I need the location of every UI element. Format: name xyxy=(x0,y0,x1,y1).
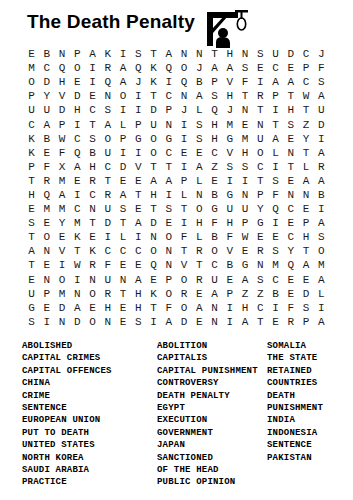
grid-cell: U xyxy=(253,132,268,146)
word-item: CONTROVERSY xyxy=(157,377,267,389)
word-list-column-3: SOMALIATHE STATERETAINEDCOUNTRIESDEATHPU… xyxy=(267,340,353,489)
grid-cell: E xyxy=(161,216,176,230)
grid-cell: P xyxy=(70,47,85,61)
grid-cell: S xyxy=(268,174,283,188)
grid-cell: F xyxy=(222,230,237,244)
grid-cell: D xyxy=(70,89,85,103)
word-item: CAPITALIS xyxy=(157,352,267,364)
grid-cell: D xyxy=(70,315,85,329)
grid-cell: C xyxy=(207,258,222,272)
grid-cell: P xyxy=(161,103,176,117)
gallows-noose-icon xyxy=(205,10,251,52)
grid-cell: T xyxy=(85,117,100,131)
grid-cell: I xyxy=(131,230,146,244)
grid-cell: T xyxy=(146,202,161,216)
grid-cell: H xyxy=(299,230,314,244)
grid-cell: E xyxy=(116,258,131,272)
grid-cell: C xyxy=(39,61,54,75)
grid-cell: I xyxy=(222,301,237,315)
word-item: PUBLIC OPINION xyxy=(157,476,267,488)
grid-cell: T xyxy=(70,244,85,258)
grid-cell: E xyxy=(192,146,207,160)
grid-cell: R xyxy=(253,244,268,258)
grid-cell: T xyxy=(283,160,298,174)
grid-cell: O xyxy=(207,244,222,258)
grid-cell: F xyxy=(268,188,283,202)
grid-cell: E xyxy=(238,117,253,131)
grid-cell: N xyxy=(161,244,176,258)
grid-cell: O xyxy=(39,230,54,244)
grid-cell: S xyxy=(253,273,268,287)
grid-cell: N xyxy=(207,315,222,329)
grid-cell: P xyxy=(24,89,39,103)
word-item: EUROPEAN UNION xyxy=(22,414,157,426)
grid-cell: I xyxy=(268,160,283,174)
word-item: EXECUTION xyxy=(157,414,267,426)
grid-cell: I xyxy=(177,160,192,174)
grid-cell: N xyxy=(207,301,222,315)
grid-cell: E xyxy=(268,230,283,244)
grid-cell: S xyxy=(85,132,100,146)
grid-cell: A xyxy=(299,258,314,272)
grid-cell: L xyxy=(116,230,131,244)
word-item: UNITED STATES xyxy=(22,439,157,451)
grid-cell: H xyxy=(283,103,298,117)
grid-cell: J xyxy=(131,75,146,89)
grid-cell: B xyxy=(268,287,283,301)
grid-cell: P xyxy=(299,61,314,75)
grid-cell: O xyxy=(24,75,39,89)
grid-cell: S xyxy=(238,160,253,174)
grid-cell: O xyxy=(116,89,131,103)
grid-cell: U xyxy=(268,47,283,61)
grid-cell: B xyxy=(39,132,54,146)
grid-cell: Z xyxy=(238,287,253,301)
grid-cell: S xyxy=(207,89,222,103)
word-item: CAPITAL CRIMES xyxy=(22,352,157,364)
grid-cell: P xyxy=(222,287,237,301)
grid-cell: P xyxy=(268,89,283,103)
grid-cell: H xyxy=(222,89,237,103)
grid-cell: N xyxy=(253,117,268,131)
grid-cell: T xyxy=(238,89,253,103)
grid-cell: E xyxy=(283,273,298,287)
grid-cell: E xyxy=(131,174,146,188)
grid-cell: A xyxy=(299,174,314,188)
grid-cell: B xyxy=(207,230,222,244)
grid-cell: S xyxy=(314,230,329,244)
grid-cell: C xyxy=(85,188,100,202)
grid-cell: V xyxy=(55,244,70,258)
grid-cell: C xyxy=(100,160,115,174)
grid-cell: I xyxy=(177,132,192,146)
grid-cell: H xyxy=(222,47,237,61)
grid-cell: L xyxy=(192,174,207,188)
grid-cell: A xyxy=(161,47,176,61)
grid-cell: Y xyxy=(55,216,70,230)
grid-cell: E xyxy=(192,315,207,329)
word-item: DEATH PENALTY xyxy=(157,390,267,402)
grid-cell: M xyxy=(55,202,70,216)
grid-cell: Z xyxy=(299,117,314,131)
grid-cell: O xyxy=(253,146,268,160)
grid-cell: I xyxy=(116,103,131,117)
grid-cell: S xyxy=(24,216,39,230)
grid-cell: A xyxy=(222,61,237,75)
grid-cell: A xyxy=(55,188,70,202)
grid-cell: U xyxy=(314,103,329,117)
grid-cell: Y xyxy=(283,244,298,258)
grid-cell: T xyxy=(116,287,131,301)
grid-cell: M xyxy=(55,174,70,188)
word-item: CHINA xyxy=(22,377,157,389)
grid-cell: I xyxy=(131,103,146,117)
grid-cell: K xyxy=(85,244,100,258)
grid-cell: S xyxy=(222,160,237,174)
grid-cell: V xyxy=(222,244,237,258)
word-item: SANCTIONED xyxy=(157,452,267,464)
grid-cell: E xyxy=(268,315,283,329)
grid-cell: E xyxy=(55,230,70,244)
grid-cell: A xyxy=(314,273,329,287)
word-list-column-2: ABOLITIONCAPITALISCAPITAL PUNISHMENTCONT… xyxy=(157,340,267,489)
word-item: SENTENCE xyxy=(22,402,157,414)
grid-cell: M xyxy=(55,287,70,301)
grid-cell: R xyxy=(192,244,207,258)
grid-cell: H xyxy=(70,103,85,117)
grid-cell: O xyxy=(177,273,192,287)
grid-cell: V xyxy=(222,146,237,160)
grid-cell: N xyxy=(146,230,161,244)
grid-cell: I xyxy=(253,75,268,89)
grid-cell: C xyxy=(268,61,283,75)
grid-cell: H xyxy=(146,188,161,202)
grid-cell: U xyxy=(39,103,54,117)
grid-cell: R xyxy=(100,61,115,75)
grid-cell: D xyxy=(116,160,131,174)
grid-cell: R xyxy=(283,315,298,329)
grid-cell: C xyxy=(253,301,268,315)
grid-cell: H xyxy=(100,301,115,315)
grid-cell: P xyxy=(161,273,176,287)
grid-cell: E xyxy=(39,301,54,315)
grid-cell: A xyxy=(100,117,115,131)
grid-cell: N xyxy=(39,273,54,287)
grid-cell: S xyxy=(24,315,39,329)
grid-cell: T xyxy=(253,315,268,329)
grid-cell: S xyxy=(161,202,176,216)
grid-cell: N xyxy=(192,188,207,202)
grid-cell: E xyxy=(24,273,39,287)
grid-cell: Q xyxy=(161,61,176,75)
grid-cell: D xyxy=(283,47,298,61)
word-item: JAPAN xyxy=(157,439,267,451)
grid-cell: Z xyxy=(253,287,268,301)
grid-cell: B xyxy=(39,47,54,61)
grid-cell: A xyxy=(238,273,253,287)
word-item: CAPITAL PUNISHMENT xyxy=(157,365,267,377)
grid-cell: N xyxy=(299,188,314,202)
grid-cell: H xyxy=(238,301,253,315)
grid-cell: E xyxy=(283,61,298,75)
grid-cell: C xyxy=(100,244,115,258)
grid-cell: H xyxy=(207,132,222,146)
grid-cell: P xyxy=(177,174,192,188)
grid-cell: R xyxy=(192,273,207,287)
grid-cell: C xyxy=(207,146,222,160)
grid-cell: A xyxy=(24,244,39,258)
grid-cell: L xyxy=(268,146,283,160)
grid-cell: B xyxy=(85,146,100,160)
grid-cell: E xyxy=(253,230,268,244)
grid-cell: N xyxy=(55,47,70,61)
grid-cell: E xyxy=(283,216,298,230)
grid-cell: N xyxy=(39,244,54,258)
grid-cell: J xyxy=(192,61,207,75)
grid-cell: A xyxy=(192,89,207,103)
grid-cell: B xyxy=(222,258,237,272)
grid-cell: S xyxy=(131,47,146,61)
grid-cell: G xyxy=(161,132,176,146)
grid-cell: Q xyxy=(70,146,85,160)
word-item: NORTH KOREA xyxy=(22,452,157,464)
grid-cell: A xyxy=(70,301,85,315)
grid-cell: T xyxy=(253,174,268,188)
grid-cell: N xyxy=(70,287,85,301)
grid-cell: F xyxy=(161,301,176,315)
grid-cell: J xyxy=(314,47,329,61)
grid-cell: J xyxy=(222,103,237,117)
grid-cell: C xyxy=(161,89,176,103)
grid-cell: I xyxy=(116,146,131,160)
grid-cell: T xyxy=(177,202,192,216)
grid-cell: K xyxy=(100,47,115,61)
grid-cell: P xyxy=(131,117,146,131)
grid-cell: Q xyxy=(55,61,70,75)
grid-cell: T xyxy=(299,146,314,160)
word-item: INDIA xyxy=(267,414,353,426)
word-item: COUNTRIES xyxy=(267,377,353,389)
grid-cell: C xyxy=(24,117,39,131)
grid-cell: C xyxy=(161,146,176,160)
grid-cell: A xyxy=(192,301,207,315)
grid-cell: N xyxy=(283,188,298,202)
letter-grid: EBNPAKISTANNTHNSUDCJMCQOIRAQKQOJAASECEPF… xyxy=(24,47,353,329)
grid-cell: S xyxy=(192,132,207,146)
grid-cell: S xyxy=(116,202,131,216)
grid-cell: W xyxy=(299,89,314,103)
grid-cell: U xyxy=(238,202,253,216)
grid-cell: I xyxy=(177,216,192,230)
grid-cell: Q xyxy=(268,202,283,216)
grid-cell: U xyxy=(207,273,222,287)
grid-cell: F xyxy=(55,146,70,160)
grid-cell: T xyxy=(85,216,100,230)
grid-cell: T xyxy=(283,89,298,103)
grid-cell: G xyxy=(253,216,268,230)
grid-cell: E xyxy=(39,216,54,230)
grid-cell: D xyxy=(100,216,115,230)
word-item: GOVERNMENT xyxy=(157,427,267,439)
grid-cell: T xyxy=(100,174,115,188)
grid-cell: E xyxy=(70,75,85,89)
word-item: RETAINED xyxy=(267,365,353,377)
grid-cell: C xyxy=(283,230,298,244)
grid-cell: F xyxy=(39,160,54,174)
grid-cell: O xyxy=(161,287,176,301)
grid-cell: T xyxy=(146,89,161,103)
grid-cell: C xyxy=(299,47,314,61)
grid-cell: E xyxy=(85,89,100,103)
grid-cell: Y xyxy=(253,202,268,216)
grid-cell: P xyxy=(116,132,131,146)
grid-cell: T xyxy=(131,188,146,202)
grid-cell: W xyxy=(238,230,253,244)
grid-cell: N xyxy=(283,146,298,160)
grid-cell: E xyxy=(283,287,298,301)
puzzle-title: The Death Penalty xyxy=(27,9,195,35)
grid-cell: V xyxy=(131,160,146,174)
grid-cell: A xyxy=(70,160,85,174)
grid-cell: I xyxy=(268,216,283,230)
grid-cell: U xyxy=(100,202,115,216)
grid-cell: M xyxy=(39,202,54,216)
grid-cell: A xyxy=(314,89,329,103)
word-item: PUNISHMENT xyxy=(267,402,353,414)
grid-cell: E xyxy=(70,174,85,188)
grid-cell: O xyxy=(100,132,115,146)
grid-cell: G xyxy=(131,132,146,146)
grid-cell: R xyxy=(39,174,54,188)
grid-cell: E xyxy=(207,174,222,188)
grid-cell: H xyxy=(55,75,70,89)
grid-cell: F xyxy=(100,258,115,272)
grid-cell: U xyxy=(222,202,237,216)
grid-cell: O xyxy=(314,244,329,258)
grid-cell: O xyxy=(146,244,161,258)
grid-cell: Q xyxy=(207,103,222,117)
grid-cell: S xyxy=(192,117,207,131)
grid-cell: D xyxy=(146,216,161,230)
grid-cell: C xyxy=(283,202,298,216)
grid-cell: I xyxy=(314,301,329,315)
word-item: CAPITAL OFFENCES xyxy=(22,365,157,377)
grid-cell: A xyxy=(268,132,283,146)
grid-cell: T xyxy=(146,301,161,315)
word-list-column-1: ABOLISHEDCAPITAL CRIMESCAPITAL OFFENCESC… xyxy=(22,340,157,489)
grid-cell: Q xyxy=(177,75,192,89)
grid-cell: K xyxy=(146,287,161,301)
grid-cell: I xyxy=(85,75,100,89)
grid-cell: O xyxy=(177,61,192,75)
grid-cell: E xyxy=(85,301,100,315)
grid-cell: C xyxy=(268,273,283,287)
grid-cell: G xyxy=(207,202,222,216)
grid-cell: Q xyxy=(283,258,298,272)
grid-cell: T xyxy=(268,117,283,131)
grid-cell: F xyxy=(207,216,222,230)
grid-cell: N xyxy=(161,117,176,131)
word-item: PAKISTAN xyxy=(267,452,353,464)
grid-cell: O xyxy=(161,230,176,244)
grid-cell: O xyxy=(146,132,161,146)
grid-cell: M xyxy=(238,132,253,146)
grid-cell: A xyxy=(161,174,176,188)
grid-cell: H xyxy=(207,117,222,131)
grid-cell: A xyxy=(207,61,222,75)
grid-cell: P xyxy=(299,216,314,230)
word-item: ABOLITION xyxy=(157,340,267,352)
grid-cell: E xyxy=(24,47,39,61)
grid-cell: A xyxy=(314,315,329,329)
word-item: EGYPT xyxy=(157,402,267,414)
grid-cell: V xyxy=(177,258,192,272)
grid-cell: J xyxy=(177,103,192,117)
grid-cell: R xyxy=(100,188,115,202)
grid-cell: M xyxy=(70,216,85,230)
grid-cell: H xyxy=(24,188,39,202)
grid-cell: E xyxy=(85,230,100,244)
grid-cell: K xyxy=(146,61,161,75)
grid-cell: C xyxy=(70,202,85,216)
grid-cell: I xyxy=(222,315,237,329)
grid-cell: A xyxy=(131,216,146,230)
grid-cell: N xyxy=(100,315,115,329)
grid-cell: R xyxy=(85,258,100,272)
grid-cell: F xyxy=(177,230,192,244)
grid-cell: A xyxy=(238,315,253,329)
grid-cell: K xyxy=(24,146,39,160)
grid-cell: P xyxy=(238,216,253,230)
grid-cell: R xyxy=(314,160,329,174)
grid-cell: I xyxy=(85,61,100,75)
grid-cell: A xyxy=(283,75,298,89)
grid-cell: N xyxy=(55,315,70,329)
grid-cell: A xyxy=(131,273,146,287)
grid-cell: D xyxy=(55,103,70,117)
grid-cell: O xyxy=(85,315,100,329)
grid-cell: F xyxy=(314,61,329,75)
grid-cell: N xyxy=(85,273,100,287)
grid-cell: L xyxy=(177,188,192,202)
grid-cell: Q xyxy=(39,188,54,202)
header: The Death Penalty xyxy=(0,0,353,45)
grid-cell: R xyxy=(177,287,192,301)
grid-cell: E xyxy=(253,61,268,75)
grid-cell: E xyxy=(131,202,146,216)
grid-cell: P xyxy=(253,188,268,202)
grid-cell: T xyxy=(24,230,39,244)
grid-cell: I xyxy=(70,188,85,202)
grid-cell: A xyxy=(85,47,100,61)
grid-cell: M xyxy=(24,61,39,75)
grid-cell: A xyxy=(116,61,131,75)
grid-cell: G xyxy=(238,258,253,272)
grid-cell: T xyxy=(161,160,176,174)
grid-cell: O xyxy=(55,273,70,287)
grid-cell: D xyxy=(299,287,314,301)
grid-cell: S xyxy=(100,103,115,117)
grid-cell: E xyxy=(131,258,146,272)
grid-cell: H xyxy=(192,216,207,230)
grid-cell: P xyxy=(299,315,314,329)
grid-cell: T xyxy=(299,103,314,117)
grid-cell: I xyxy=(238,174,253,188)
grid-cell: C xyxy=(85,103,100,117)
grid-cell: H xyxy=(222,216,237,230)
grid-cell: D xyxy=(177,315,192,329)
grid-cell: Q xyxy=(131,61,146,75)
